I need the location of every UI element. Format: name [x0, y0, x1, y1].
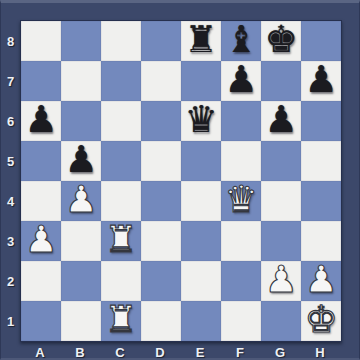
piece-white-pawn[interactable]: ♟ — [304, 260, 337, 300]
square-g6[interactable]: ♟ — [261, 101, 301, 141]
piece-black-rook[interactable]: ♜ — [184, 20, 217, 60]
square-g8[interactable]: ♚ — [261, 21, 301, 61]
square-e7[interactable] — [181, 61, 221, 101]
square-c4[interactable] — [101, 181, 141, 221]
square-g7[interactable] — [261, 61, 301, 101]
square-a3[interactable]: ♟ — [21, 221, 61, 261]
square-f6[interactable] — [221, 101, 261, 141]
square-h6[interactable] — [301, 101, 341, 141]
rank-label-5: 5 — [1, 141, 20, 181]
square-g3[interactable] — [261, 221, 301, 261]
square-e4[interactable] — [181, 181, 221, 221]
square-a7[interactable] — [21, 61, 61, 101]
square-e2[interactable] — [181, 261, 221, 301]
square-c2[interactable] — [101, 261, 141, 301]
square-h5[interactable] — [301, 141, 341, 181]
square-b8[interactable] — [61, 21, 101, 61]
rank-label-1: 1 — [1, 301, 20, 341]
file-label-a: A — [20, 343, 60, 360]
chess-board-frame: 87654321 ♜♝♚♟♟♟♛♟♟♟♛♟♜♟♟♜♚ ABCDEFGH — [0, 0, 360, 360]
piece-white-pawn[interactable]: ♟ — [64, 180, 97, 220]
square-f8[interactable]: ♝ — [221, 21, 261, 61]
square-a2[interactable] — [21, 261, 61, 301]
square-c3[interactable]: ♜ — [101, 221, 141, 261]
square-d3[interactable] — [141, 221, 181, 261]
square-a5[interactable] — [21, 141, 61, 181]
piece-black-king[interactable]: ♚ — [264, 20, 297, 60]
square-f3[interactable] — [221, 221, 261, 261]
square-f5[interactable] — [221, 141, 261, 181]
square-c5[interactable] — [101, 141, 141, 181]
square-c6[interactable] — [101, 101, 141, 141]
square-e6[interactable]: ♛ — [181, 101, 221, 141]
piece-white-rook[interactable]: ♜ — [104, 300, 137, 340]
rank-label-7: 7 — [1, 61, 20, 101]
square-h4[interactable] — [301, 181, 341, 221]
file-labels: ABCDEFGH — [20, 343, 340, 360]
square-e5[interactable] — [181, 141, 221, 181]
square-e1[interactable] — [181, 301, 221, 341]
square-d2[interactable] — [141, 261, 181, 301]
piece-black-queen[interactable]: ♛ — [184, 100, 217, 140]
square-d5[interactable] — [141, 141, 181, 181]
square-g5[interactable] — [261, 141, 301, 181]
piece-black-pawn[interactable]: ♟ — [224, 60, 257, 100]
square-h7[interactable]: ♟ — [301, 61, 341, 101]
square-d6[interactable] — [141, 101, 181, 141]
file-label-g: G — [260, 343, 300, 360]
piece-white-king[interactable]: ♚ — [304, 300, 337, 340]
piece-black-pawn[interactable]: ♟ — [64, 140, 97, 180]
piece-white-pawn[interactable]: ♟ — [264, 260, 297, 300]
square-d7[interactable] — [141, 61, 181, 101]
rank-label-3: 3 — [1, 221, 20, 261]
square-c1[interactable]: ♜ — [101, 301, 141, 341]
square-b7[interactable] — [61, 61, 101, 101]
square-b6[interactable] — [61, 101, 101, 141]
square-b4[interactable]: ♟ — [61, 181, 101, 221]
square-b1[interactable] — [61, 301, 101, 341]
file-label-c: C — [100, 343, 140, 360]
rank-labels: 87654321 — [1, 21, 20, 341]
square-f7[interactable]: ♟ — [221, 61, 261, 101]
square-e3[interactable] — [181, 221, 221, 261]
square-f4[interactable]: ♛ — [221, 181, 261, 221]
square-f1[interactable] — [221, 301, 261, 341]
square-b3[interactable] — [61, 221, 101, 261]
file-label-d: D — [140, 343, 180, 360]
square-a8[interactable] — [21, 21, 61, 61]
square-a1[interactable] — [21, 301, 61, 341]
square-d4[interactable] — [141, 181, 181, 221]
square-a4[interactable] — [21, 181, 61, 221]
square-g2[interactable]: ♟ — [261, 261, 301, 301]
rank-label-4: 4 — [1, 181, 20, 221]
piece-black-pawn[interactable]: ♟ — [24, 100, 57, 140]
square-f2[interactable] — [221, 261, 261, 301]
file-label-e: E — [180, 343, 220, 360]
square-h3[interactable] — [301, 221, 341, 261]
square-b2[interactable] — [61, 261, 101, 301]
square-d8[interactable] — [141, 21, 181, 61]
square-a6[interactable]: ♟ — [21, 101, 61, 141]
piece-black-pawn[interactable]: ♟ — [304, 60, 337, 100]
piece-white-rook[interactable]: ♜ — [104, 220, 137, 260]
rank-label-6: 6 — [1, 101, 20, 141]
piece-white-queen[interactable]: ♛ — [224, 180, 257, 220]
square-g1[interactable] — [261, 301, 301, 341]
square-c8[interactable] — [101, 21, 141, 61]
file-label-h: H — [300, 343, 340, 360]
piece-black-pawn[interactable]: ♟ — [264, 100, 297, 140]
square-h2[interactable]: ♟ — [301, 261, 341, 301]
square-e8[interactable]: ♜ — [181, 21, 221, 61]
piece-white-pawn[interactable]: ♟ — [24, 220, 57, 260]
chess-board: ♜♝♚♟♟♟♛♟♟♟♛♟♜♟♟♜♚ — [20, 20, 342, 342]
square-d1[interactable] — [141, 301, 181, 341]
file-label-f: F — [220, 343, 260, 360]
rank-label-2: 2 — [1, 261, 20, 301]
piece-black-bishop[interactable]: ♝ — [224, 20, 257, 60]
square-b5[interactable]: ♟ — [61, 141, 101, 181]
square-h8[interactable] — [301, 21, 341, 61]
square-g4[interactable] — [261, 181, 301, 221]
file-label-b: B — [60, 343, 100, 360]
rank-label-8: 8 — [1, 21, 20, 61]
square-h1[interactable]: ♚ — [301, 301, 341, 341]
square-c7[interactable] — [101, 61, 141, 101]
